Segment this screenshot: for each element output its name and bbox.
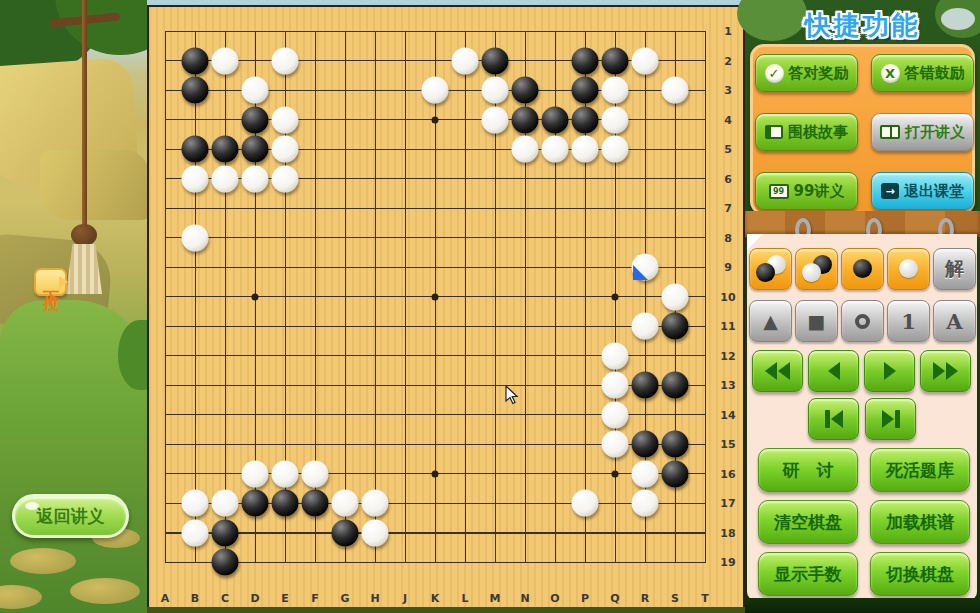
go-stone bbox=[512, 77, 539, 104]
go-stone bbox=[572, 77, 599, 104]
go-stone bbox=[242, 490, 269, 517]
go-stone bbox=[182, 224, 209, 251]
left-arrow-icon bbox=[765, 362, 777, 380]
pull-down-tab[interactable]: 下拉 bbox=[34, 268, 67, 296]
column-label: C bbox=[221, 592, 229, 605]
book-open-icon bbox=[880, 125, 900, 139]
column-label: S bbox=[671, 592, 679, 605]
board-action-buttons: 研 讨死活题库清空棋盘加载棋谱显示手数切换棋盘 bbox=[758, 448, 970, 596]
row-label: 19 bbox=[720, 556, 735, 569]
cliff-rock bbox=[40, 150, 147, 220]
star-point bbox=[432, 470, 439, 477]
check-icon: ✓ bbox=[765, 64, 784, 83]
app-window: 下拉 返回讲义 ABCDEFGHJKLMNOPQRST 123456789101… bbox=[0, 0, 980, 613]
row-label: 16 bbox=[720, 467, 735, 480]
go-stone bbox=[542, 106, 569, 133]
go-stone bbox=[572, 490, 599, 517]
mark-circle-tool[interactable] bbox=[841, 300, 884, 342]
column-label: Q bbox=[610, 592, 619, 605]
book-icon bbox=[765, 125, 783, 139]
black-stone-icon bbox=[853, 259, 872, 278]
go-stone bbox=[632, 372, 659, 399]
mark-number-tool[interactable]: 1 bbox=[887, 300, 930, 342]
go-stone bbox=[542, 136, 569, 163]
go-stone bbox=[452, 47, 479, 74]
tool-white-stone[interactable] bbox=[887, 248, 930, 290]
go-stone bbox=[182, 165, 209, 192]
mark-triangle-tool[interactable]: ▲ bbox=[749, 300, 792, 342]
column-label: L bbox=[461, 592, 468, 605]
row-label: 15 bbox=[720, 438, 735, 451]
go-stone bbox=[212, 165, 239, 192]
answer-label: 解 bbox=[940, 250, 969, 288]
left-scene-panel: 下拉 返回讲义 bbox=[0, 0, 147, 613]
go-board-panel: ABCDEFGHJKLMNOPQRST 12345678910111213141… bbox=[147, 0, 745, 613]
quick-button-label: 打开讲义 bbox=[905, 123, 965, 142]
left-arrow-icon bbox=[778, 362, 790, 380]
board-bottom-grass bbox=[147, 607, 745, 613]
go-stone bbox=[272, 47, 299, 74]
go-stone bbox=[362, 490, 389, 517]
column-label: K bbox=[431, 592, 440, 605]
row-label: 3 bbox=[724, 84, 732, 97]
row-label: 18 bbox=[720, 526, 735, 539]
row-label: 14 bbox=[720, 408, 735, 421]
go-stone bbox=[182, 490, 209, 517]
grass-strip bbox=[745, 598, 980, 613]
column-label: D bbox=[250, 592, 259, 605]
to-end-button[interactable] bbox=[865, 398, 916, 440]
sidebar-title: 快捷功能 bbox=[745, 8, 980, 43]
column-label: A bbox=[161, 592, 170, 605]
row-label: 6 bbox=[724, 172, 732, 185]
go-stone bbox=[182, 47, 209, 74]
column-label: E bbox=[281, 592, 289, 605]
go-stone bbox=[662, 372, 689, 399]
open-lecture-button[interactable]: 打开讲义 bbox=[871, 113, 974, 151]
step-forward-button[interactable] bbox=[864, 350, 915, 392]
mark-square-tool[interactable]: ■ bbox=[795, 300, 838, 342]
go-stone bbox=[662, 460, 689, 487]
star-point bbox=[612, 470, 619, 477]
tools-panel: 解 ▲■1A 研 讨死活题库清空棋盘加载棋谱显示手数切换棋盘 bbox=[747, 234, 977, 600]
star-point bbox=[612, 293, 619, 300]
go-board-grid[interactable] bbox=[165, 31, 706, 563]
right-arrow-icon bbox=[884, 362, 896, 380]
go-stone bbox=[212, 519, 239, 546]
go-stone bbox=[512, 106, 539, 133]
right-arrow-icon bbox=[933, 362, 945, 380]
left-arrow-icon bbox=[828, 362, 840, 380]
exit-icon: → bbox=[881, 183, 899, 199]
fast-forward-button[interactable] bbox=[920, 350, 971, 392]
go-stone bbox=[332, 490, 359, 517]
go-stone bbox=[572, 136, 599, 163]
go-stories-button[interactable]: 围棋故事 bbox=[755, 113, 858, 151]
answer-correct-reward-button[interactable]: ✓答对奖励 bbox=[755, 54, 858, 92]
stop-bar-icon bbox=[895, 410, 900, 428]
row-label: 17 bbox=[720, 497, 735, 510]
go-stone bbox=[602, 431, 629, 458]
mark-letter-tool[interactable]: A bbox=[933, 300, 976, 342]
column-label: H bbox=[370, 592, 379, 605]
book99-icon: 99 bbox=[769, 184, 789, 199]
tool-alternate-black-first[interactable] bbox=[749, 248, 792, 290]
lecture-99-button[interactable]: 9999讲义 bbox=[755, 172, 858, 210]
go-stone bbox=[302, 490, 329, 517]
answer-wrong-encourage-button[interactable]: X答错鼓励 bbox=[871, 54, 974, 92]
go-stone bbox=[602, 136, 629, 163]
column-label: N bbox=[520, 592, 529, 605]
go-stone bbox=[272, 165, 299, 192]
left-arrow-icon bbox=[831, 410, 843, 428]
sidebar-panel: 快捷功能 ✓答对奖励X答错鼓励围棋故事打开讲义9999讲义→退出课堂 解 ▲■1… bbox=[745, 0, 980, 613]
go-stone bbox=[212, 490, 239, 517]
go-stone bbox=[662, 77, 689, 104]
go-stone bbox=[602, 342, 629, 369]
mouse-cursor bbox=[505, 385, 519, 405]
go-stone bbox=[662, 313, 689, 340]
go-stone bbox=[242, 106, 269, 133]
load-kifu-button[interactable]: 加载棋谱 bbox=[870, 500, 970, 544]
go-stone bbox=[602, 47, 629, 74]
path-stone bbox=[10, 548, 76, 574]
quick-button-label: 99讲义 bbox=[794, 182, 845, 201]
white-stone-icon bbox=[802, 263, 821, 282]
go-stone bbox=[632, 313, 659, 340]
go-stone bbox=[602, 401, 629, 428]
column-label: P bbox=[581, 592, 589, 605]
right-arrow-icon bbox=[882, 410, 894, 428]
show-move-numbers-button[interactable]: 显示手数 bbox=[758, 552, 858, 596]
life-death-problems-button[interactable]: 死活题库 bbox=[870, 448, 970, 492]
row-label: 13 bbox=[720, 379, 735, 392]
tassel-icon bbox=[71, 224, 97, 246]
row-label: 9 bbox=[724, 261, 732, 274]
go-stone bbox=[272, 490, 299, 517]
star-point bbox=[432, 116, 439, 123]
quick-actions-panel: ✓答对奖励X答错鼓励围棋故事打开讲义9999讲义→退出课堂 bbox=[750, 44, 975, 215]
tool-alternate-white-first[interactable] bbox=[795, 248, 838, 290]
row-label: 2 bbox=[724, 54, 732, 67]
playback-jump-row bbox=[747, 398, 977, 440]
go-stone bbox=[182, 519, 209, 546]
rope-decoration bbox=[82, 0, 87, 232]
column-label: F bbox=[311, 592, 319, 605]
row-label: 4 bbox=[724, 113, 732, 126]
go-stone bbox=[212, 136, 239, 163]
row-label: 11 bbox=[720, 320, 735, 333]
go-stone bbox=[212, 549, 239, 576]
quick-button-label: 答对奖励 bbox=[789, 64, 849, 83]
quick-button-label: 答错鼓励 bbox=[905, 64, 965, 83]
star-point bbox=[252, 293, 259, 300]
column-label: J bbox=[403, 592, 407, 605]
go-stone bbox=[422, 77, 449, 104]
step-back-button[interactable] bbox=[808, 350, 859, 392]
stone-tool-row: 解 bbox=[749, 248, 976, 290]
column-label: G bbox=[340, 592, 349, 605]
last-move-marker bbox=[633, 265, 648, 280]
go-stone bbox=[632, 431, 659, 458]
stop-bar-icon bbox=[825, 410, 830, 428]
rewind-button[interactable] bbox=[752, 350, 803, 392]
go-stone bbox=[302, 460, 329, 487]
right-arrow-icon bbox=[946, 362, 958, 380]
row-label: 7 bbox=[724, 202, 732, 215]
go-stone bbox=[242, 136, 269, 163]
discussion-button[interactable]: 研 讨 bbox=[758, 448, 858, 492]
row-label: 5 bbox=[724, 143, 732, 156]
go-stone bbox=[602, 77, 629, 104]
star-point bbox=[432, 293, 439, 300]
go-stone bbox=[482, 77, 509, 104]
go-stone bbox=[602, 106, 629, 133]
go-stone bbox=[572, 47, 599, 74]
row-label: 12 bbox=[720, 349, 735, 362]
row-label: 10 bbox=[720, 290, 735, 303]
back-to-lecture-button[interactable]: 返回讲义 bbox=[12, 494, 129, 538]
go-stone bbox=[632, 490, 659, 517]
mark-tool-row: ▲■1A bbox=[749, 300, 976, 342]
go-stone bbox=[512, 136, 539, 163]
go-stone bbox=[182, 136, 209, 163]
to-start-button[interactable] bbox=[808, 398, 859, 440]
clear-board-button[interactable]: 清空棋盘 bbox=[758, 500, 858, 544]
white-stone-icon bbox=[899, 259, 918, 278]
go-stone bbox=[182, 77, 209, 104]
column-label: R bbox=[641, 592, 649, 605]
cross-icon: X bbox=[881, 64, 900, 83]
tool-show-answer[interactable]: 解 bbox=[933, 248, 976, 290]
exit-classroom-button[interactable]: →退出课堂 bbox=[871, 172, 974, 210]
column-label: O bbox=[550, 592, 559, 605]
go-stone bbox=[362, 519, 389, 546]
path-stone bbox=[0, 585, 42, 609]
go-stone bbox=[602, 372, 629, 399]
row-label: 1 bbox=[724, 25, 732, 38]
go-stone bbox=[572, 106, 599, 133]
circle-mark-icon bbox=[855, 314, 870, 329]
go-stone bbox=[212, 47, 239, 74]
switch-board-button[interactable]: 切换棋盘 bbox=[870, 552, 970, 596]
column-label: T bbox=[701, 592, 709, 605]
go-stone bbox=[662, 283, 689, 310]
go-stone bbox=[272, 460, 299, 487]
go-stone bbox=[482, 106, 509, 133]
playback-row bbox=[752, 350, 971, 392]
go-stone bbox=[242, 165, 269, 192]
path-stone bbox=[70, 578, 140, 604]
column-label: M bbox=[490, 592, 501, 605]
column-label: B bbox=[191, 592, 199, 605]
black-stone-icon bbox=[756, 263, 775, 282]
go-stone bbox=[332, 519, 359, 546]
row-label: 8 bbox=[724, 231, 732, 244]
go-stone bbox=[662, 431, 689, 458]
quick-button-label: 围棋故事 bbox=[788, 123, 848, 142]
go-stone bbox=[272, 106, 299, 133]
go-stone bbox=[632, 460, 659, 487]
go-stone bbox=[242, 460, 269, 487]
go-stone bbox=[632, 47, 659, 74]
tool-black-stone[interactable] bbox=[841, 248, 884, 290]
go-stone bbox=[272, 136, 299, 163]
go-stone bbox=[242, 77, 269, 104]
go-stone bbox=[482, 47, 509, 74]
quick-button-label: 退出课堂 bbox=[904, 182, 964, 201]
